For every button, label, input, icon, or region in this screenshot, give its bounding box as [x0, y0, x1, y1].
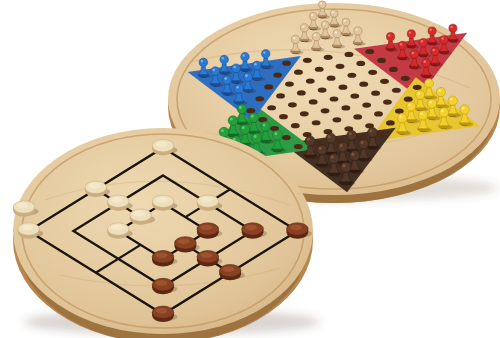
game-set-rendering [0, 0, 500, 338]
product-photo [0, 0, 500, 338]
board-surface [13, 128, 313, 334]
